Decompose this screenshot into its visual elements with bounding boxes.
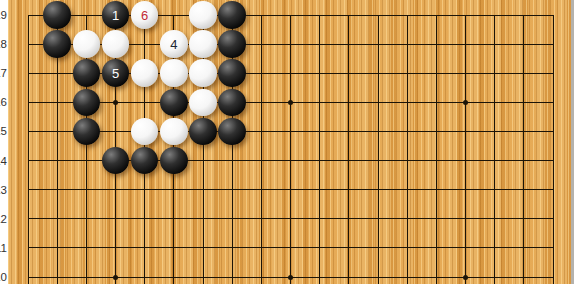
white-stone[interactable]: 6	[131, 1, 159, 29]
row-coordinate-label: 18	[0, 37, 7, 51]
black-stone[interactable]	[160, 147, 188, 175]
row-coordinate-label: 19	[0, 8, 7, 22]
black-stone[interactable]	[218, 89, 246, 117]
black-stone[interactable]	[218, 1, 246, 29]
white-stone[interactable]	[160, 59, 188, 87]
grid-line-horizontal	[28, 247, 554, 248]
black-stone[interactable]	[43, 1, 71, 29]
grid-line-vertical	[553, 15, 554, 284]
black-stone[interactable]	[73, 118, 101, 146]
row-coordinate-label: 13	[0, 183, 7, 197]
black-stone[interactable]	[160, 89, 188, 117]
black-stone[interactable]	[218, 30, 246, 58]
move-number: 1	[112, 9, 119, 22]
white-stone[interactable]	[160, 118, 188, 146]
black-stone[interactable]: 5	[102, 59, 130, 87]
white-stone[interactable]	[189, 30, 217, 58]
move-number: 6	[141, 9, 148, 22]
black-stone[interactable]: 1	[102, 1, 130, 29]
white-stone[interactable]	[189, 59, 217, 87]
star-point	[463, 275, 468, 280]
row-coordinate-label: 16	[0, 95, 7, 109]
grid-line-horizontal	[28, 189, 554, 190]
grid-line-vertical	[319, 15, 320, 284]
star-point	[288, 275, 293, 280]
star-point	[463, 100, 468, 105]
move-number: 4	[170, 38, 177, 51]
grid-line-vertical	[28, 15, 29, 284]
grid-line-vertical	[348, 15, 349, 284]
white-stone[interactable]	[189, 1, 217, 29]
black-stone[interactable]	[218, 118, 246, 146]
move-number: 5	[112, 67, 119, 80]
black-stone[interactable]	[218, 59, 246, 87]
white-stone[interactable]: 4	[160, 30, 188, 58]
row-coordinate-label: 11	[0, 241, 7, 255]
row-coordinate-label: 15	[0, 124, 7, 138]
black-stone[interactable]	[73, 89, 101, 117]
grid-line-vertical	[378, 15, 379, 284]
black-stone[interactable]	[43, 30, 71, 58]
white-stone[interactable]	[73, 30, 101, 58]
grid-line-vertical	[465, 15, 466, 284]
row-coordinate-label: 17	[0, 66, 7, 80]
row-coordinate-label: 10	[0, 270, 7, 284]
go-board-diagram: 191817161514131211101645	[0, 0, 574, 284]
black-stone[interactable]	[189, 118, 217, 146]
grid-line-vertical	[494, 15, 495, 284]
grid-line-horizontal	[28, 218, 554, 219]
grid-line-vertical	[290, 15, 291, 284]
star-point	[113, 275, 118, 280]
white-stone[interactable]	[102, 30, 130, 58]
grid-line-vertical	[261, 15, 262, 284]
white-stone[interactable]	[189, 89, 217, 117]
row-coordinate-label: 12	[0, 212, 7, 226]
star-point	[288, 100, 293, 105]
grid-line-vertical	[523, 15, 524, 284]
grid-line-vertical	[407, 15, 408, 284]
star-point	[113, 100, 118, 105]
grid-line-horizontal	[28, 131, 554, 132]
row-coordinate-label: 14	[0, 154, 7, 168]
black-stone[interactable]	[73, 59, 101, 87]
grid-line-vertical	[436, 15, 437, 284]
